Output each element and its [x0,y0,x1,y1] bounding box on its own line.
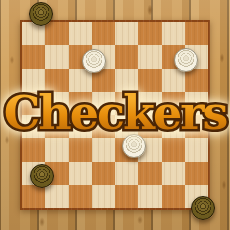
board-square-g8[interactable] [162,22,185,45]
board-square-d8[interactable] [92,22,115,45]
dark-checker-piece-h1[interactable] [191,196,215,220]
board-square-g1[interactable] [162,185,185,208]
board-square-c3[interactable] [69,138,92,161]
board-square-c8[interactable] [69,22,92,45]
board-square-f2[interactable] [138,162,161,185]
board-square-e1[interactable] [115,185,138,208]
board-square-a1[interactable] [22,185,45,208]
board-square-d3[interactable] [92,138,115,161]
board-square-f8[interactable] [138,22,161,45]
board-square-f7[interactable] [138,45,161,68]
white-checker-piece-d7[interactable] [82,49,106,73]
game-title-text: Checkers [0,90,230,136]
board-square-b1[interactable] [45,185,68,208]
board-square-e7[interactable] [115,45,138,68]
dark-checker-piece-a2[interactable] [30,164,54,188]
board-square-h2[interactable] [185,162,208,185]
checkers-title-screen: Checkers Checkers [0,0,230,230]
board-square-a3[interactable] [22,138,45,161]
board-square-g3[interactable] [162,138,185,161]
board-square-d1[interactable] [92,185,115,208]
board-square-b8[interactable] [45,22,68,45]
board-square-d2[interactable] [92,162,115,185]
board-square-h3[interactable] [185,138,208,161]
board-square-c1[interactable] [69,185,92,208]
board-square-f1[interactable] [138,185,161,208]
dark-checker-piece-a8[interactable] [29,2,53,26]
white-checker-piece-g7[interactable] [174,48,198,72]
board-square-a7[interactable] [22,45,45,68]
board-square-e8[interactable] [115,22,138,45]
game-title: Checkers Checkers [0,90,230,140]
board-square-b7[interactable] [45,45,68,68]
board-square-e2[interactable] [115,162,138,185]
board-square-c2[interactable] [69,162,92,185]
board-square-g2[interactable] [162,162,185,185]
board-square-h8[interactable] [185,22,208,45]
board-square-b3[interactable] [45,138,68,161]
